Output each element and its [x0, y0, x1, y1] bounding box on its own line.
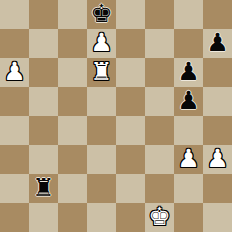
piece-black-pawn[interactable]: ♟: [177, 58, 199, 86]
square-f5[interactable]: [145, 87, 174, 116]
piece-black-rook[interactable]: ♜: [32, 174, 54, 202]
square-g4[interactable]: [174, 116, 203, 145]
square-b6[interactable]: [29, 58, 58, 87]
square-e2[interactable]: [116, 174, 145, 203]
square-f3[interactable]: [145, 145, 174, 174]
square-d8[interactable]: ♚: [87, 0, 116, 29]
square-g1[interactable]: [174, 203, 203, 232]
square-a2[interactable]: [0, 174, 29, 203]
square-a4[interactable]: [0, 116, 29, 145]
piece-black-pawn[interactable]: ♟: [177, 87, 199, 115]
square-b1[interactable]: [29, 203, 58, 232]
square-g8[interactable]: [174, 0, 203, 29]
square-c7[interactable]: [58, 29, 87, 58]
square-a7[interactable]: [0, 29, 29, 58]
square-c4[interactable]: [58, 116, 87, 145]
square-f1[interactable]: ♚: [145, 203, 174, 232]
square-e8[interactable]: [116, 0, 145, 29]
square-a3[interactable]: [0, 145, 29, 174]
square-d7[interactable]: ♟: [87, 29, 116, 58]
piece-white-pawn[interactable]: ♟: [177, 145, 199, 173]
square-d6[interactable]: ♜: [87, 58, 116, 87]
square-g6[interactable]: ♟: [174, 58, 203, 87]
square-b2[interactable]: ♜: [29, 174, 58, 203]
square-d4[interactable]: [87, 116, 116, 145]
square-a8[interactable]: [0, 0, 29, 29]
square-b3[interactable]: [29, 145, 58, 174]
square-e5[interactable]: [116, 87, 145, 116]
square-h5[interactable]: [203, 87, 232, 116]
square-e3[interactable]: [116, 145, 145, 174]
square-e7[interactable]: [116, 29, 145, 58]
square-h1[interactable]: [203, 203, 232, 232]
square-g7[interactable]: [174, 29, 203, 58]
square-h7[interactable]: ♟: [203, 29, 232, 58]
square-h2[interactable]: [203, 174, 232, 203]
square-h3[interactable]: ♟: [203, 145, 232, 174]
square-a6[interactable]: ♟: [0, 58, 29, 87]
square-g2[interactable]: [174, 174, 203, 203]
square-c3[interactable]: [58, 145, 87, 174]
square-d5[interactable]: [87, 87, 116, 116]
square-h4[interactable]: [203, 116, 232, 145]
square-e4[interactable]: [116, 116, 145, 145]
square-f8[interactable]: [145, 0, 174, 29]
square-d1[interactable]: [87, 203, 116, 232]
square-f4[interactable]: [145, 116, 174, 145]
square-b7[interactable]: [29, 29, 58, 58]
piece-white-king[interactable]: ♚: [148, 203, 170, 231]
piece-black-king[interactable]: ♚: [90, 0, 112, 28]
square-b5[interactable]: [29, 87, 58, 116]
square-f2[interactable]: [145, 174, 174, 203]
piece-white-rook[interactable]: ♜: [90, 58, 112, 86]
square-c6[interactable]: [58, 58, 87, 87]
square-f6[interactable]: [145, 58, 174, 87]
square-h6[interactable]: [203, 58, 232, 87]
square-e1[interactable]: [116, 203, 145, 232]
piece-white-pawn[interactable]: ♟: [206, 145, 228, 173]
square-d2[interactable]: [87, 174, 116, 203]
square-c2[interactable]: [58, 174, 87, 203]
square-a5[interactable]: [0, 87, 29, 116]
square-d3[interactable]: [87, 145, 116, 174]
square-g3[interactable]: ♟: [174, 145, 203, 174]
square-h8[interactable]: [203, 0, 232, 29]
piece-white-pawn[interactable]: ♟: [90, 29, 112, 57]
square-b4[interactable]: [29, 116, 58, 145]
square-c1[interactable]: [58, 203, 87, 232]
square-e6[interactable]: [116, 58, 145, 87]
square-a1[interactable]: [0, 203, 29, 232]
square-b8[interactable]: [29, 0, 58, 29]
square-f7[interactable]: [145, 29, 174, 58]
square-c8[interactable]: [58, 0, 87, 29]
chess-board: ♚♟♟♟♜♟♟♟♟♜♚: [0, 0, 232, 232]
square-g5[interactable]: ♟: [174, 87, 203, 116]
piece-black-pawn[interactable]: ♟: [206, 29, 228, 57]
square-c5[interactable]: [58, 87, 87, 116]
piece-white-pawn[interactable]: ♟: [3, 58, 25, 86]
